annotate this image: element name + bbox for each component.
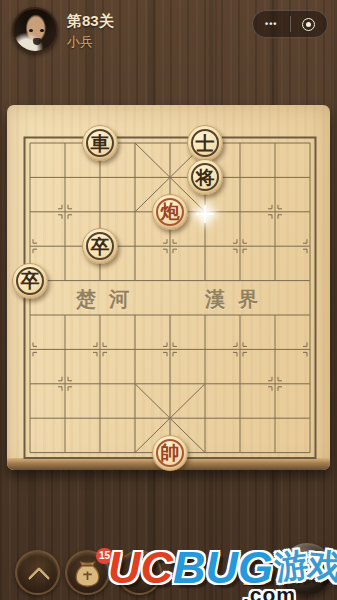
piece-red-general[interactable]: 帥 [152,435,188,471]
piece-red-cannon[interactable]: 炮 [152,194,188,230]
piece-character: 将 [196,167,215,186]
piece-character: 帥 [161,443,180,462]
collapse-up-button[interactable] [15,550,60,595]
level-title: 第83关 [67,12,114,31]
piece-black-pawn[interactable]: 卒 [82,228,118,264]
river-label-chu: 楚河 [76,286,142,313]
piece-ring: 卒 [16,267,44,295]
piece-ring: 炮 [156,198,184,226]
piece-character: 士 [196,133,215,152]
piece-ring: 卒 [86,232,114,260]
coin-amount: 202 [243,573,265,588]
wechat-capsule: ••• [252,10,328,38]
dark-sphere-decoration [281,543,333,595]
item-button[interactable] [117,550,162,595]
hint-count-badge: 15 [96,548,113,564]
piece-ring: 将 [191,163,219,191]
target-circle-icon [302,18,315,31]
player-avatar[interactable] [12,7,58,53]
piece-black-pawn[interactable]: 卒 [12,263,48,299]
more-dots-icon: ••• [265,20,277,29]
piece-character: 卒 [21,271,40,290]
piece-black-chariot[interactable]: 車 [82,125,118,161]
piece-character: 炮 [161,202,180,221]
xiangqi-board[interactable] [7,105,330,470]
piece-ring: 車 [86,129,114,157]
close-button[interactable] [291,11,328,37]
more-button[interactable]: ••• [253,11,290,37]
rank-label: 小兵 [67,33,93,51]
piece-character: 卒 [91,236,110,255]
hint-bag-button[interactable]: 15 [65,550,110,595]
river-label-han: 漢界 [205,286,271,313]
piece-ring: 帥 [156,439,184,467]
piece-black-advisor[interactable]: 士 [187,125,223,161]
piece-ring: 士 [191,129,219,157]
chevron-up-icon [28,567,51,590]
piece-character: 車 [91,133,110,152]
